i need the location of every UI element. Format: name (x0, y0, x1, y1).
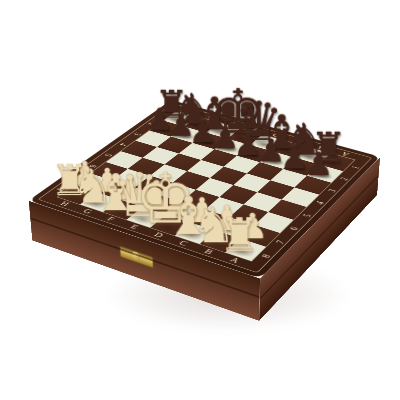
piece-white-rook[interactable]: ♜ (209, 213, 269, 259)
piece-cell-a8: ♜ (225, 238, 266, 261)
product-photo-chess-set: HGFEDCBA 12345678 12345678 HGFEDCBA ♜♞♝♚… (0, 0, 400, 400)
chess-board: HGFEDCBA 12345678 12345678 HGFEDCBA ♜♞♝♚… (29, 100, 381, 279)
piece-black-pawn[interactable]: ♟ (291, 148, 345, 180)
piece-cell-a2: ♟ (307, 164, 343, 182)
brass-clasp (119, 245, 153, 268)
